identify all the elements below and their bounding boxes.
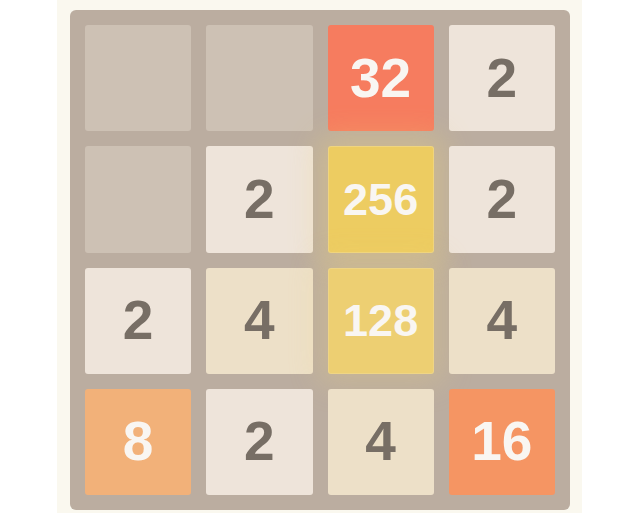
tile-2: 2: [206, 146, 312, 252]
empty-cell: [85, 146, 191, 252]
tile-8: 8: [85, 389, 191, 495]
empty-cell: [206, 25, 312, 131]
tile-4: 4: [328, 389, 434, 495]
tile-4: 4: [206, 268, 312, 374]
empty-cell: [85, 25, 191, 131]
tile-256: 256: [328, 146, 434, 252]
board[interactable]: 3222256224128482416: [70, 10, 570, 510]
tile-16: 16: [449, 389, 555, 495]
tile-2: 2: [85, 268, 191, 374]
tile-4: 4: [449, 268, 555, 374]
tile-128: 128: [328, 268, 434, 374]
tile-32: 32: [328, 25, 434, 131]
tile-2: 2: [449, 146, 555, 252]
tile-2: 2: [449, 25, 555, 131]
game-2048-page: 3222256224128482416: [57, 0, 582, 513]
tile-2: 2: [206, 389, 312, 495]
